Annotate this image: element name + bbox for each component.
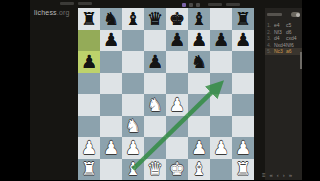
toggle-knob [296,13,300,17]
playback-controls: ≡«‹›» [252,172,302,178]
scrollbar-thumb[interactable] [300,52,302,69]
square-h3[interactable] [232,116,254,138]
square-b6[interactable] [100,51,122,73]
piece-black-queen[interactable]: ♛ [144,8,166,30]
square-g1[interactable] [210,159,232,181]
square-c6[interactable] [122,51,144,73]
piece-white-queen[interactable]: ♛ [144,159,166,181]
move-row-4: 4.Nxd4Nf6 [265,42,302,49]
top-nav-icons[interactable] [182,3,200,7]
analysis-panel: 1.e4c52.Nf3d63.d4cxd44.Nxd4Nf65.Nc3a6 ≡«… [265,8,302,180]
piece-black-bishop[interactable]: ♝ [188,8,210,30]
move-row-3: 3.d4cxd4 [265,35,302,42]
black-move[interactable]: a6 [286,48,300,54]
square-a7[interactable] [78,30,100,52]
white-move[interactable]: d4 [274,35,286,41]
piece-white-pawn[interactable]: ♟ [210,137,232,159]
square-d6[interactable]: ♟ [144,51,166,73]
engine-label [267,13,282,16]
piece-white-pawn[interactable]: ♟ [122,137,144,159]
square-g7[interactable]: ♟ [210,30,232,52]
chess-board: ♜♞♝♛♚♝♜♟♟♟♟♟♟♟♞♞♟♞♟♟♟♟♟♟♜♝♛♚♝♜ [78,8,254,180]
menu-button[interactable]: ≡ [262,172,266,178]
square-h6[interactable] [232,51,254,73]
piece-black-pawn[interactable]: ♟ [232,30,254,52]
next-button[interactable]: › [283,172,285,178]
square-a4[interactable] [78,94,100,116]
piece-black-rook[interactable]: ♜ [78,8,100,30]
square-h4[interactable] [232,94,254,116]
lichess-page: lichess.org ♜♞♝♛♚♝♜♟♟♟♟♟♟♟♞♞♟♞♟♟♟♟♟♟♜♝♛♚… [30,0,302,180]
square-d3[interactable] [144,116,166,138]
square-f2[interactable]: ♟ [188,137,210,159]
square-b3[interactable] [100,116,122,138]
square-a1[interactable]: ♜ [78,159,100,181]
square-a8[interactable]: ♜ [78,8,100,30]
square-g4[interactable] [210,94,232,116]
square-d2[interactable] [144,137,166,159]
black-move[interactable]: c5 [286,22,300,28]
square-c3[interactable]: ♞ [122,116,144,138]
square-g2[interactable]: ♟ [210,137,232,159]
piece-white-knight[interactable]: ♞ [122,116,144,138]
white-move[interactable]: Nc3 [274,48,286,54]
engine-toggle[interactable] [291,12,300,17]
black-move[interactable]: cxd4 [286,35,300,41]
square-d7[interactable] [144,30,166,52]
square-f6[interactable]: ♞ [188,51,210,73]
previous-button[interactable]: ‹ [277,172,279,178]
white-move[interactable]: Nf3 [274,29,286,35]
piece-white-knight[interactable]: ♞ [144,94,166,116]
square-f5[interactable] [188,73,210,95]
square-h5[interactable] [232,73,254,95]
square-a2[interactable]: ♟ [78,137,100,159]
user-menu-icon[interactable] [196,3,200,7]
piece-black-bishop[interactable]: ♝ [122,8,144,30]
square-h8[interactable]: ♜ [232,8,254,30]
square-e3[interactable] [166,116,188,138]
piece-black-knight[interactable]: ♞ [188,51,210,73]
white-move[interactable]: e4 [274,22,286,28]
square-f8[interactable]: ♝ [188,8,210,30]
piece-white-pawn[interactable]: ♟ [188,137,210,159]
square-f1[interactable]: ♝ [188,159,210,181]
square-f3[interactable] [188,116,210,138]
piece-black-pawn[interactable]: ♟ [100,30,122,52]
move-row-1: 1.e4c5 [265,22,302,29]
square-a3[interactable] [78,116,100,138]
square-e8[interactable]: ♚ [166,8,188,30]
square-c4[interactable] [122,94,144,116]
top-nav-links-right[interactable] [208,3,240,6]
square-c1[interactable]: ♝ [122,159,144,181]
square-f4[interactable] [188,94,210,116]
piece-white-pawn[interactable]: ♟ [166,94,188,116]
logo-tld: .org [57,9,70,16]
square-g6[interactable] [210,51,232,73]
piece-black-pawn[interactable]: ♟ [78,51,100,73]
square-d8[interactable]: ♛ [144,8,166,30]
square-d1[interactable]: ♛ [144,159,166,181]
nav-link-icon[interactable] [226,3,240,6]
piece-black-pawn[interactable]: ♟ [210,30,232,52]
piece-white-rook[interactable]: ♜ [78,159,100,181]
square-d5[interactable] [144,73,166,95]
notification-icon[interactable] [182,3,186,7]
piece-white-rook[interactable]: ♜ [232,159,254,181]
piece-white-pawn[interactable]: ♟ [100,137,122,159]
logo-text: lichess [34,9,57,16]
piece-black-pawn[interactable]: ♟ [188,30,210,52]
square-g5[interactable] [210,73,232,95]
piece-white-bishop[interactable]: ♝ [188,159,210,181]
move-number: 1. [267,22,274,28]
white-move[interactable]: Nxd4 [274,42,286,48]
nav-link-icon[interactable] [60,2,74,5]
square-c7[interactable] [122,30,144,52]
piece-black-rook[interactable]: ♜ [232,8,254,30]
square-b7[interactable]: ♟ [100,30,122,52]
piece-black-pawn[interactable]: ♟ [144,51,166,73]
square-g3[interactable] [210,116,232,138]
panel-header [265,8,302,19]
move-number: 2. [267,29,274,35]
last-button[interactable]: » [289,172,292,178]
square-e6[interactable] [166,51,188,73]
square-c5[interactable] [122,73,144,95]
square-f7[interactable]: ♟ [188,30,210,52]
first-button[interactable]: « [269,172,272,178]
square-b2[interactable]: ♟ [100,137,122,159]
move-number: 5. [267,48,274,54]
piece-white-pawn[interactable]: ♟ [78,137,100,159]
top-nav-links[interactable] [60,2,92,5]
square-b8[interactable]: ♞ [100,8,122,30]
square-h1[interactable]: ♜ [232,159,254,181]
square-a5[interactable] [78,73,100,95]
nav-link-icon[interactable] [208,3,222,6]
black-move[interactable]: Nf6 [286,42,300,48]
move-number: 3. [267,35,274,41]
move-number: 4. [267,42,274,48]
square-e4[interactable]: ♟ [166,94,188,116]
square-c8[interactable]: ♝ [122,8,144,30]
move-row-5: 5.Nc3a6 [265,48,302,55]
square-g8[interactable] [210,8,232,30]
square-b5[interactable] [100,73,122,95]
square-b4[interactable] [100,94,122,116]
move-list: 1.e4c52.Nf3d63.d4cxd44.Nxd4Nf65.Nc3a6 [265,22,302,55]
challenge-icon[interactable] [189,3,193,7]
square-h7[interactable]: ♟ [232,30,254,52]
square-h2[interactable]: ♟ [232,137,254,159]
piece-black-knight[interactable]: ♞ [100,8,122,30]
square-d4[interactable]: ♞ [144,94,166,116]
screenshot-stage: lichess.org ♜♞♝♛♚♝♜♟♟♟♟♟♟♟♞♞♟♞♟♟♟♟♟♟♜♝♛♚… [0,0,320,180]
square-c2[interactable]: ♟ [122,137,144,159]
move-row-2: 2.Nf3d6 [265,29,302,36]
piece-black-pawn[interactable]: ♟ [166,30,188,52]
piece-white-king[interactable]: ♚ [166,159,188,181]
square-e7[interactable]: ♟ [166,30,188,52]
square-a6[interactable]: ♟ [78,51,100,73]
piece-white-bishop[interactable]: ♝ [122,159,144,181]
piece-white-pawn[interactable]: ♟ [232,137,254,159]
black-move[interactable]: d6 [286,29,300,35]
square-b1[interactable] [100,159,122,181]
nav-link-icon[interactable] [78,2,92,5]
square-e5[interactable] [166,73,188,95]
square-e1[interactable]: ♚ [166,159,188,181]
piece-black-king[interactable]: ♚ [166,8,188,30]
square-e2[interactable] [166,137,188,159]
site-logo[interactable]: lichess.org [34,9,70,16]
